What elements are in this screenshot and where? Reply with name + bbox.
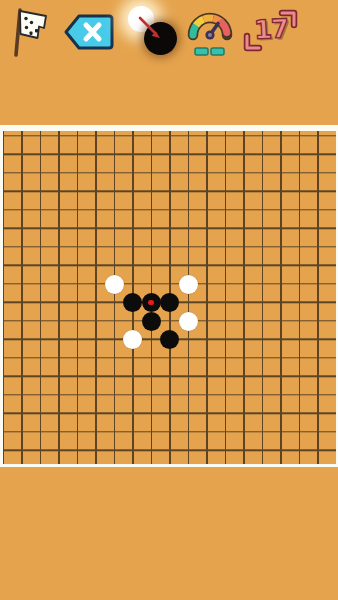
white-stone [179, 312, 198, 331]
backspace-x-icon [62, 12, 116, 54]
speed-gauge-button[interactable] [184, 8, 236, 58]
board-frame [0, 125, 338, 467]
top-toolbar: 17 [0, 0, 338, 70]
black-stone [160, 293, 179, 312]
black-stone [160, 330, 179, 349]
undo-button[interactable] [62, 12, 116, 54]
counter-value: 17 [248, 13, 294, 45]
black-stone [142, 293, 161, 312]
app-screen: 17 ? [0, 0, 338, 600]
black-stone [123, 293, 142, 312]
white-flag-icon [8, 5, 54, 59]
gomoku-board[interactable] [3, 131, 336, 464]
last-move-marker [148, 300, 154, 306]
black-stone [142, 312, 161, 331]
white-stone [123, 330, 142, 349]
white-stone [179, 275, 198, 294]
swap-arrow-icon [122, 2, 180, 60]
white-stone [105, 275, 124, 294]
speedometer-gauge-icon [184, 8, 236, 58]
turn-indicator[interactable] [122, 2, 180, 60]
resign-flag-button[interactable] [8, 5, 54, 59]
move-counter: 17 [241, 8, 301, 54]
bottom-toolbar: ? [0, 520, 338, 600]
